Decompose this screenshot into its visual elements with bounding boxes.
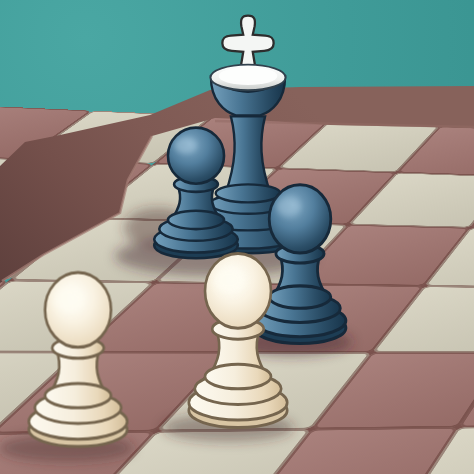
board-overlay: ♚ b6♟ a6♟ c5♙ c4♙ b3: [0, 0, 474, 474]
chess-scene: ♚ b6♟ a6♟ c5♙ c4♙ b3: [0, 0, 474, 474]
white-pawn-left-piece[interactable]: ♙ b3: [29, 272, 127, 446]
